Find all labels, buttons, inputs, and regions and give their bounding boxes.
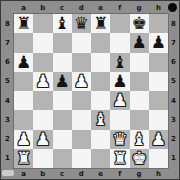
square-b3[interactable] [33, 110, 52, 129]
corner-logo [2, 170, 14, 176]
square-h2[interactable]: ♟ [149, 130, 168, 149]
piece-black-pawn-h7[interactable]: ♟ [151, 34, 166, 51]
square-c4[interactable] [53, 91, 72, 110]
piece-black-king-g8[interactable]: ♚ [132, 15, 147, 32]
square-d2[interactable] [72, 130, 91, 149]
square-g3[interactable] [130, 110, 149, 129]
square-f3[interactable] [110, 110, 129, 129]
square-e5[interactable] [91, 72, 110, 91]
coord-file-top-e: e [98, 4, 103, 11]
square-c5[interactable]: ♟ [53, 72, 72, 91]
coord-rank-right-4: 4 [171, 97, 176, 104]
square-c2[interactable] [53, 130, 72, 149]
square-a7[interactable] [14, 33, 33, 52]
coord-rank-right-8: 8 [171, 20, 176, 27]
piece-white-rook-f1[interactable]: ♜ [112, 150, 127, 167]
piece-white-pawn-d5[interactable]: ♟ [74, 73, 89, 90]
coord-file-top-c: c [60, 4, 64, 11]
square-b8[interactable] [33, 14, 52, 33]
coord-file-bottom-d: d [79, 170, 84, 177]
square-e1[interactable] [91, 149, 110, 168]
piece-black-rook-a8[interactable]: ♜ [16, 15, 31, 32]
square-e4[interactable] [91, 91, 110, 110]
coord-rank-right-6: 6 [171, 59, 176, 66]
square-h7[interactable]: ♟ [149, 33, 168, 52]
square-a4[interactable] [14, 91, 33, 110]
piece-white-pawn-f4[interactable]: ♟ [112, 92, 127, 109]
square-e2[interactable] [91, 130, 110, 149]
piece-black-queen-d8[interactable]: ♛ [74, 15, 89, 32]
coord-file-bottom-b: b [40, 170, 45, 177]
square-e7[interactable] [91, 33, 110, 52]
coord-file-top-a: a [21, 4, 26, 11]
square-f2[interactable]: ♛ [110, 130, 129, 149]
chess-diagram: ♜♝♛♜♚♟♟♟♝♟♟♟♟♟♝♟♟♛♝♟♜♜♚ aabbccddeeffgghh… [0, 0, 180, 180]
piece-white-king-g1[interactable]: ♚ [132, 150, 147, 167]
square-g6[interactable] [130, 53, 149, 72]
chess-board[interactable]: ♜♝♛♜♚♟♟♟♝♟♟♟♟♟♝♟♟♛♝♟♜♜♚ [14, 14, 168, 168]
coord-file-top-f: f [118, 4, 121, 11]
coord-rank-right-7: 7 [171, 39, 176, 46]
square-b1[interactable] [33, 149, 52, 168]
square-b2[interactable]: ♟ [33, 130, 52, 149]
piece-white-pawn-b5[interactable]: ♟ [35, 73, 50, 90]
square-b7[interactable] [33, 33, 52, 52]
square-g2[interactable]: ♝ [130, 130, 149, 149]
piece-black-bishop-c8[interactable]: ♝ [55, 15, 70, 32]
square-h5[interactable] [149, 72, 168, 91]
square-a3[interactable] [14, 110, 33, 129]
coord-rank-right-5: 5 [171, 78, 176, 85]
square-h3[interactable] [149, 110, 168, 129]
coord-file-bottom-e: e [98, 170, 103, 177]
square-e6[interactable] [91, 53, 110, 72]
square-d1[interactable] [72, 149, 91, 168]
coord-file-top-h: h [156, 4, 161, 11]
square-b5[interactable]: ♟ [33, 72, 52, 91]
piece-white-pawn-h2[interactable]: ♟ [151, 131, 166, 148]
coord-file-top-d: d [79, 4, 84, 11]
square-a2[interactable]: ♟ [14, 130, 33, 149]
square-d8[interactable]: ♛ [72, 14, 91, 33]
square-h6[interactable] [149, 53, 168, 72]
square-e8[interactable]: ♜ [91, 14, 110, 33]
square-f5[interactable]: ♟ [110, 72, 129, 91]
coord-file-top-g: g [137, 4, 142, 11]
piece-black-pawn-g7[interactable]: ♟ [132, 34, 147, 51]
square-f7[interactable] [110, 33, 129, 52]
piece-black-bishop-f6[interactable]: ♝ [112, 54, 127, 71]
square-h8[interactable] [149, 14, 168, 33]
coord-file-bottom-f: f [118, 170, 121, 177]
coord-file-bottom-c: c [60, 170, 64, 177]
piece-black-pawn-c5[interactable]: ♟ [55, 73, 70, 90]
square-e3[interactable]: ♝ [91, 110, 110, 129]
coord-file-bottom-h: h [156, 170, 161, 177]
piece-black-pawn-f5[interactable]: ♟ [112, 73, 127, 90]
square-d5[interactable]: ♟ [72, 72, 91, 91]
coord-file-bottom-g: g [137, 170, 142, 177]
coord-rank-left-1: 1 [5, 155, 10, 162]
piece-black-rook-e8[interactable]: ♜ [93, 15, 108, 32]
coord-rank-right-1: 1 [171, 155, 176, 162]
coord-rank-left-4: 4 [5, 97, 10, 104]
square-c7[interactable] [53, 33, 72, 52]
square-a6[interactable]: ♟ [14, 53, 33, 72]
coord-rank-left-8: 8 [5, 20, 10, 27]
square-d3[interactable] [72, 110, 91, 129]
coord-rank-left-7: 7 [5, 39, 10, 46]
coord-rank-left-3: 3 [5, 116, 10, 123]
coord-rank-left-6: 6 [5, 59, 10, 66]
piece-black-pawn-a6[interactable]: ♟ [16, 54, 31, 71]
coord-rank-right-2: 2 [171, 136, 176, 143]
square-f8[interactable] [110, 14, 129, 33]
piece-white-rook-a1[interactable]: ♜ [16, 150, 31, 167]
piece-white-bishop-e3[interactable]: ♝ [93, 111, 108, 128]
square-c8[interactable]: ♝ [53, 14, 72, 33]
coord-file-bottom-a: a [21, 170, 26, 177]
coord-rank-left-5: 5 [5, 78, 10, 85]
square-a1[interactable]: ♜ [14, 149, 33, 168]
square-c1[interactable] [53, 149, 72, 168]
coord-rank-right-3: 3 [171, 116, 176, 123]
square-c6[interactable] [53, 53, 72, 72]
square-h4[interactable] [149, 91, 168, 110]
square-d6[interactable] [72, 53, 91, 72]
square-b4[interactable] [33, 91, 52, 110]
square-a5[interactable] [14, 72, 33, 91]
square-g1[interactable]: ♚ [130, 149, 149, 168]
square-g4[interactable] [130, 91, 149, 110]
square-h1[interactable] [149, 149, 168, 168]
piece-white-pawn-a2[interactable]: ♟ [16, 131, 31, 148]
coord-rank-left-2: 2 [5, 136, 10, 143]
square-a8[interactable]: ♜ [14, 14, 33, 33]
black-to-move-indicator [168, 3, 177, 12]
square-c3[interactable] [53, 110, 72, 129]
piece-white-bishop-g2[interactable]: ♝ [132, 131, 147, 148]
square-b6[interactable] [33, 53, 52, 72]
square-d7[interactable] [72, 33, 91, 52]
square-g7[interactable]: ♟ [130, 33, 149, 52]
square-f4[interactable]: ♟ [110, 91, 129, 110]
square-g5[interactable] [130, 72, 149, 91]
piece-white-queen-f2[interactable]: ♛ [112, 131, 127, 148]
coord-file-top-b: b [40, 4, 45, 11]
square-d4[interactable] [72, 91, 91, 110]
square-f1[interactable]: ♜ [110, 149, 129, 168]
square-g8[interactable]: ♚ [130, 14, 149, 33]
piece-white-pawn-b2[interactable]: ♟ [35, 131, 50, 148]
square-f6[interactable]: ♝ [110, 53, 129, 72]
